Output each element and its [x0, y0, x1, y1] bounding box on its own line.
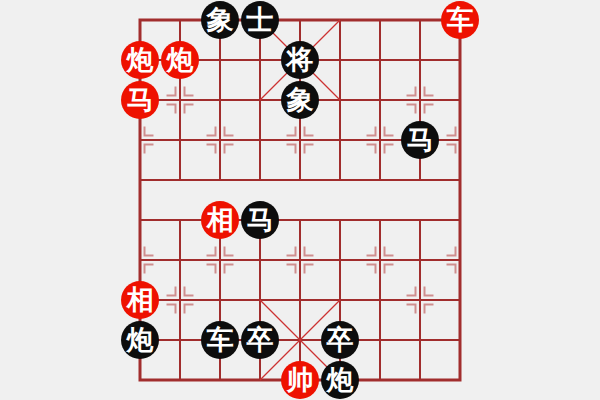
piece-black-chariot[interactable]: 车: [201, 321, 239, 359]
piece-black-pawn[interactable]: 卒: [241, 321, 279, 359]
piece-black-cannon[interactable]: 炮: [321, 361, 359, 399]
xiangqi-diagram: 象士车炮炮将马象马相马相炮车卒卒帅炮: [0, 0, 600, 400]
piece-red-horse[interactable]: 马: [121, 81, 159, 119]
piece-red-elephant[interactable]: 相: [121, 281, 159, 319]
piece-black-cannon[interactable]: 炮: [121, 321, 159, 359]
piece-red-cannon[interactable]: 炮: [121, 41, 159, 79]
piece-black-elephant[interactable]: 象: [201, 1, 239, 39]
piece-black-horse[interactable]: 马: [241, 201, 279, 239]
piece-red-cannon[interactable]: 炮: [161, 41, 199, 79]
piece-red-general[interactable]: 帅: [281, 361, 319, 399]
piece-black-general[interactable]: 将: [281, 41, 319, 79]
piece-black-horse[interactable]: 马: [401, 121, 439, 159]
piece-black-pawn[interactable]: 卒: [321, 321, 359, 359]
piece-black-elephant[interactable]: 象: [281, 81, 319, 119]
piece-red-chariot[interactable]: 车: [441, 1, 479, 39]
piece-black-advisor[interactable]: 士: [241, 1, 279, 39]
piece-red-elephant[interactable]: 相: [201, 201, 239, 239]
